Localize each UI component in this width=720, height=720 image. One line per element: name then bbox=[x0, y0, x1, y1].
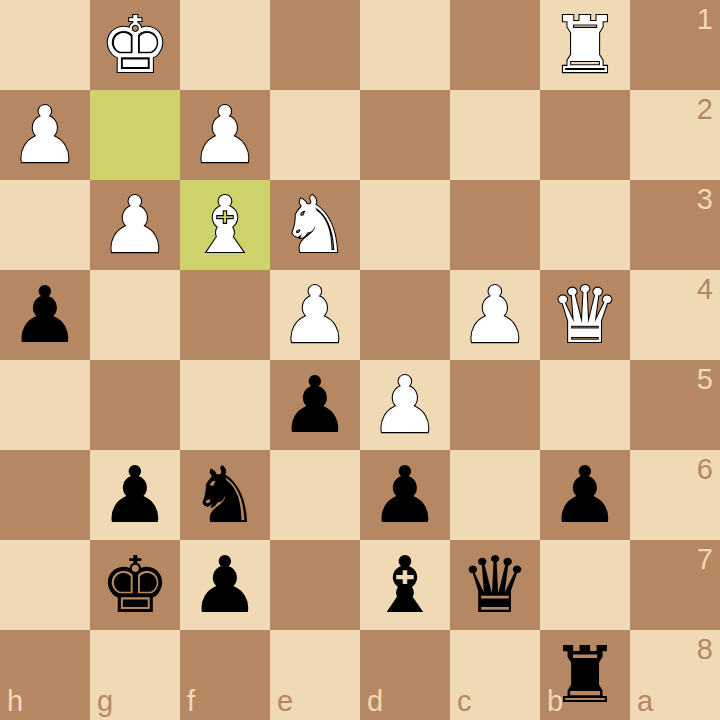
square-d3[interactable] bbox=[360, 180, 450, 270]
square-a8[interactable]: 8a bbox=[630, 630, 720, 720]
square-f7[interactable]: ♟ bbox=[180, 540, 270, 630]
square-c6[interactable] bbox=[450, 450, 540, 540]
square-e8[interactable]: e bbox=[270, 630, 360, 720]
white-pawn[interactable]: ♟ bbox=[460, 276, 530, 354]
white-queen[interactable]: ♛ bbox=[550, 276, 620, 354]
white-king[interactable]: ♚ bbox=[100, 6, 170, 84]
black-knight[interactable]: ♞ bbox=[190, 456, 260, 534]
square-h5[interactable] bbox=[0, 360, 90, 450]
rank-label-6: 6 bbox=[697, 455, 713, 484]
square-g6[interactable]: ♟ bbox=[90, 450, 180, 540]
square-g4[interactable] bbox=[90, 270, 180, 360]
white-pawn[interactable]: ♟ bbox=[280, 276, 350, 354]
file-label-g: g bbox=[97, 687, 113, 716]
square-e5[interactable]: ♟ bbox=[270, 360, 360, 450]
square-a1[interactable]: 1 bbox=[630, 0, 720, 90]
square-f3[interactable]: ♝ bbox=[180, 180, 270, 270]
square-g8[interactable]: g bbox=[90, 630, 180, 720]
square-c8[interactable]: c bbox=[450, 630, 540, 720]
square-f8[interactable]: f bbox=[180, 630, 270, 720]
square-d6[interactable]: ♟ bbox=[360, 450, 450, 540]
rank-label-3: 3 bbox=[697, 185, 713, 214]
square-e1[interactable] bbox=[270, 0, 360, 90]
square-a3[interactable]: 3 bbox=[630, 180, 720, 270]
square-e3[interactable]: ♞ bbox=[270, 180, 360, 270]
square-b7[interactable] bbox=[540, 540, 630, 630]
rank-label-2: 2 bbox=[697, 95, 713, 124]
square-h7[interactable] bbox=[0, 540, 90, 630]
square-d8[interactable]: d bbox=[360, 630, 450, 720]
square-c7[interactable]: ♛ bbox=[450, 540, 540, 630]
square-h1[interactable] bbox=[0, 0, 90, 90]
file-label-e: e bbox=[277, 687, 293, 716]
square-h8[interactable]: h bbox=[0, 630, 90, 720]
square-c3[interactable] bbox=[450, 180, 540, 270]
square-c1[interactable] bbox=[450, 0, 540, 90]
file-label-a: a bbox=[637, 687, 653, 716]
square-b2[interactable] bbox=[540, 90, 630, 180]
square-a2[interactable]: 2 bbox=[630, 90, 720, 180]
black-pawn[interactable]: ♟ bbox=[370, 456, 440, 534]
square-b3[interactable] bbox=[540, 180, 630, 270]
square-a4[interactable]: 4 bbox=[630, 270, 720, 360]
square-g7[interactable]: ♚ bbox=[90, 540, 180, 630]
file-label-d: d bbox=[367, 687, 383, 716]
square-c5[interactable] bbox=[450, 360, 540, 450]
black-pawn[interactable]: ♟ bbox=[550, 456, 620, 534]
square-d2[interactable] bbox=[360, 90, 450, 180]
square-b1[interactable]: ♜ bbox=[540, 0, 630, 90]
square-b5[interactable] bbox=[540, 360, 630, 450]
square-a6[interactable]: 6 bbox=[630, 450, 720, 540]
square-d7[interactable]: ♝ bbox=[360, 540, 450, 630]
file-label-h: h bbox=[7, 687, 23, 716]
square-h6[interactable] bbox=[0, 450, 90, 540]
square-b6[interactable]: ♟ bbox=[540, 450, 630, 540]
black-rook[interactable]: ♜ bbox=[550, 636, 620, 714]
white-bishop[interactable]: ♝ bbox=[190, 186, 260, 264]
square-f5[interactable] bbox=[180, 360, 270, 450]
rank-label-4: 4 bbox=[697, 275, 713, 304]
square-g5[interactable] bbox=[90, 360, 180, 450]
rank-label-8: 8 bbox=[697, 635, 713, 664]
black-queen[interactable]: ♛ bbox=[460, 546, 530, 624]
square-g3[interactable]: ♟ bbox=[90, 180, 180, 270]
black-king[interactable]: ♚ bbox=[100, 546, 170, 624]
square-a7[interactable]: 7 bbox=[630, 540, 720, 630]
square-c2[interactable] bbox=[450, 90, 540, 180]
white-pawn[interactable]: ♟ bbox=[370, 366, 440, 444]
square-f1[interactable] bbox=[180, 0, 270, 90]
square-e2[interactable] bbox=[270, 90, 360, 180]
file-label-f: f bbox=[187, 687, 195, 716]
square-h3[interactable] bbox=[0, 180, 90, 270]
black-bishop[interactable]: ♝ bbox=[370, 546, 440, 624]
square-e4[interactable]: ♟ bbox=[270, 270, 360, 360]
square-g2[interactable] bbox=[90, 90, 180, 180]
square-f6[interactable]: ♞ bbox=[180, 450, 270, 540]
rank-label-5: 5 bbox=[697, 365, 713, 394]
chess-board: ♚♜1♟♟2♟♝♞3♟♟♟♛4♟♟5♟♞♟♟6♚♟♝♛7hgfedc♜b8a bbox=[0, 0, 720, 720]
square-c4[interactable]: ♟ bbox=[450, 270, 540, 360]
square-a5[interactable]: 5 bbox=[630, 360, 720, 450]
square-e6[interactable] bbox=[270, 450, 360, 540]
black-pawn[interactable]: ♟ bbox=[100, 456, 170, 534]
square-e7[interactable] bbox=[270, 540, 360, 630]
square-f2[interactable]: ♟ bbox=[180, 90, 270, 180]
square-g1[interactable]: ♚ bbox=[90, 0, 180, 90]
rank-label-7: 7 bbox=[697, 545, 713, 574]
square-d1[interactable] bbox=[360, 0, 450, 90]
white-pawn[interactable]: ♟ bbox=[10, 96, 80, 174]
black-pawn[interactable]: ♟ bbox=[10, 276, 80, 354]
square-b4[interactable]: ♛ bbox=[540, 270, 630, 360]
square-b8[interactable]: ♜b bbox=[540, 630, 630, 720]
square-d4[interactable] bbox=[360, 270, 450, 360]
white-rook[interactable]: ♜ bbox=[550, 6, 620, 84]
black-pawn[interactable]: ♟ bbox=[190, 546, 260, 624]
white-pawn[interactable]: ♟ bbox=[100, 186, 170, 264]
rank-label-1: 1 bbox=[697, 5, 713, 34]
square-h4[interactable]: ♟ bbox=[0, 270, 90, 360]
black-pawn[interactable]: ♟ bbox=[280, 366, 350, 444]
white-knight[interactable]: ♞ bbox=[280, 186, 350, 264]
white-pawn[interactable]: ♟ bbox=[190, 96, 260, 174]
square-d5[interactable]: ♟ bbox=[360, 360, 450, 450]
square-f4[interactable] bbox=[180, 270, 270, 360]
square-h2[interactable]: ♟ bbox=[0, 90, 90, 180]
file-label-c: c bbox=[457, 687, 472, 716]
